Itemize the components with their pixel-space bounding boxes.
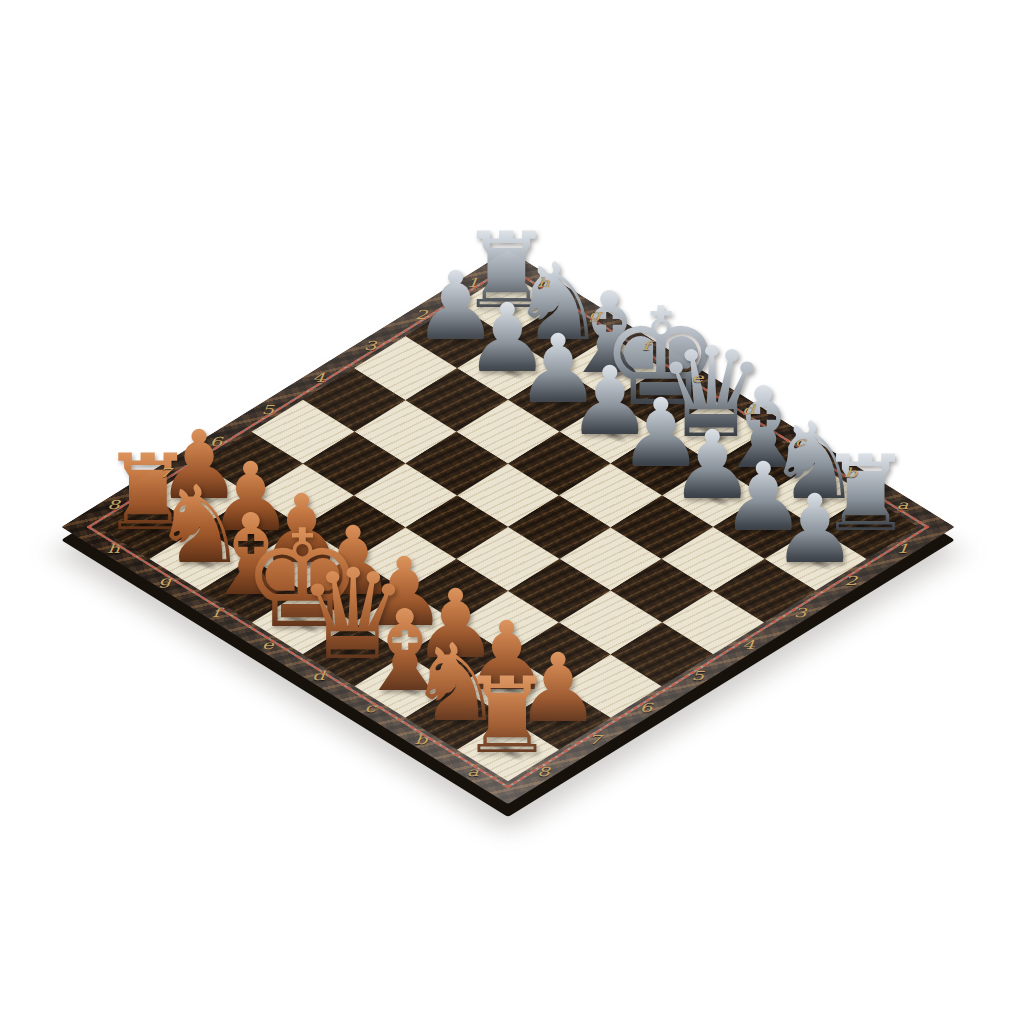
coord-label-upper-left-edge-7: 7 [159,466,172,481]
coord-label-lower-right-edge-2: 2 [845,573,858,588]
white-pawn-a2[interactable]: ♟ [772,482,857,577]
coord-label-upper-right-edge-h: h [537,275,550,290]
coord-label-upper-right-edge-c: c [794,434,805,449]
coord-label-lower-left-edge-d: d [312,669,325,684]
coord-label-lower-right-edge-8: 8 [537,764,550,779]
coord-label-lower-right-edge-5: 5 [691,669,704,684]
coord-label-lower-right-edge-3: 3 [793,605,806,620]
coord-label-upper-left-edge-8: 8 [107,498,120,513]
coord-label-lower-left-edge-f: f [212,605,219,620]
coord-label-upper-right-edge-b: b [845,466,858,481]
chess-board: ♜♞♝♚♛♝♞♜♟♟♟♟♟♟♟♟♟♟♟♟♟♟♟♟♜♞♝♚♛♝♞♜ hh11gg2… [61,250,955,804]
coord-label-lower-right-edge-4: 4 [742,637,755,652]
coord-label-lower-right-edge-7: 7 [588,732,601,747]
coord-label-upper-left-edge-5: 5 [261,402,274,417]
coord-label-lower-left-edge-a: a [466,764,478,779]
photo-stage: ♜♞♝♚♛♝♞♜♟♟♟♟♟♟♟♟♟♟♟♟♟♟♟♟♜♞♝♚♛♝♞♜ hh11gg2… [0,0,1024,1024]
coord-label-lower-left-edge-h: h [107,542,120,557]
coord-label-upper-right-edge-a: a [896,498,908,513]
coord-label-upper-left-edge-2: 2 [415,307,428,322]
coord-label-upper-left-edge-6: 6 [210,434,223,449]
coord-label-upper-left-edge-3: 3 [364,339,377,354]
board-grid: ♜♞♝♚♛♝♞♜♟♟♟♟♟♟♟♟♟♟♟♟♟♟♟♟♜♞♝♚♛♝♞♜ [98,273,918,782]
black-rook-a8[interactable]: ♜ [460,664,554,769]
coord-label-lower-right-edge-1: 1 [896,542,909,557]
coord-label-upper-right-edge-d: d [742,402,755,417]
coord-label-lower-left-edge-b: b [415,732,428,747]
coord-label-upper-right-edge-g: g [588,307,601,322]
coord-label-lower-left-edge-c: c [364,701,375,716]
coord-label-lower-left-edge-g: g [158,573,171,588]
coord-label-upper-right-edge-f: f [642,339,649,354]
coord-label-upper-left-edge-1: 1 [466,275,479,290]
coord-label-lower-left-edge-e: e [261,637,273,652]
coord-label-upper-left-edge-4: 4 [312,370,325,385]
coord-label-lower-right-edge-6: 6 [640,701,653,716]
coord-label-upper-right-edge-e: e [691,370,703,385]
